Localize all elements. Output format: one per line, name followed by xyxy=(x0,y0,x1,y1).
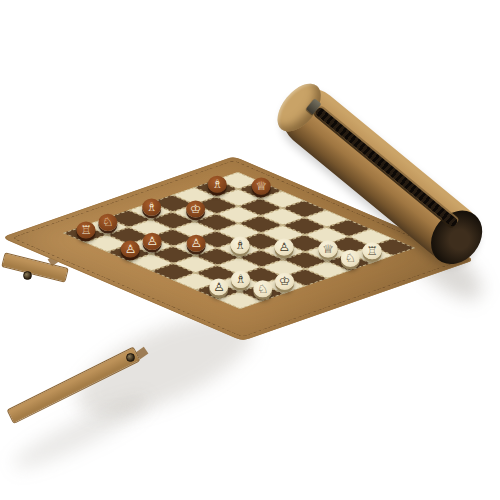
piece-disc: ♙ xyxy=(208,278,227,295)
piece-disc: ♗ xyxy=(230,271,249,288)
piece-disc: ♖ xyxy=(362,242,381,259)
product-photo-roll-up-chess: ♖♘♗♗♔♕♙♙♙♗♙♗♙♕♔♘♘♖ xyxy=(0,0,500,500)
snap-rivet-icon xyxy=(23,271,32,280)
piece-disc: ♗ xyxy=(141,199,160,216)
piece-disc: ♙ xyxy=(186,235,205,252)
piece-disc: ♘ xyxy=(97,214,116,231)
piece-disc: ♔ xyxy=(185,200,204,217)
piece-disc: ♕ xyxy=(251,178,270,195)
piece-disc: ♙ xyxy=(274,238,293,255)
piece-disc: ♔ xyxy=(274,273,293,290)
snap-rivet-icon xyxy=(126,353,135,362)
piece-disc: ♙ xyxy=(142,233,161,250)
piece-disc: ♕ xyxy=(318,240,337,257)
piece-disc: ♗ xyxy=(207,176,226,193)
piece-disc: ♘ xyxy=(252,280,271,297)
piece-disc: ♗ xyxy=(230,237,249,254)
